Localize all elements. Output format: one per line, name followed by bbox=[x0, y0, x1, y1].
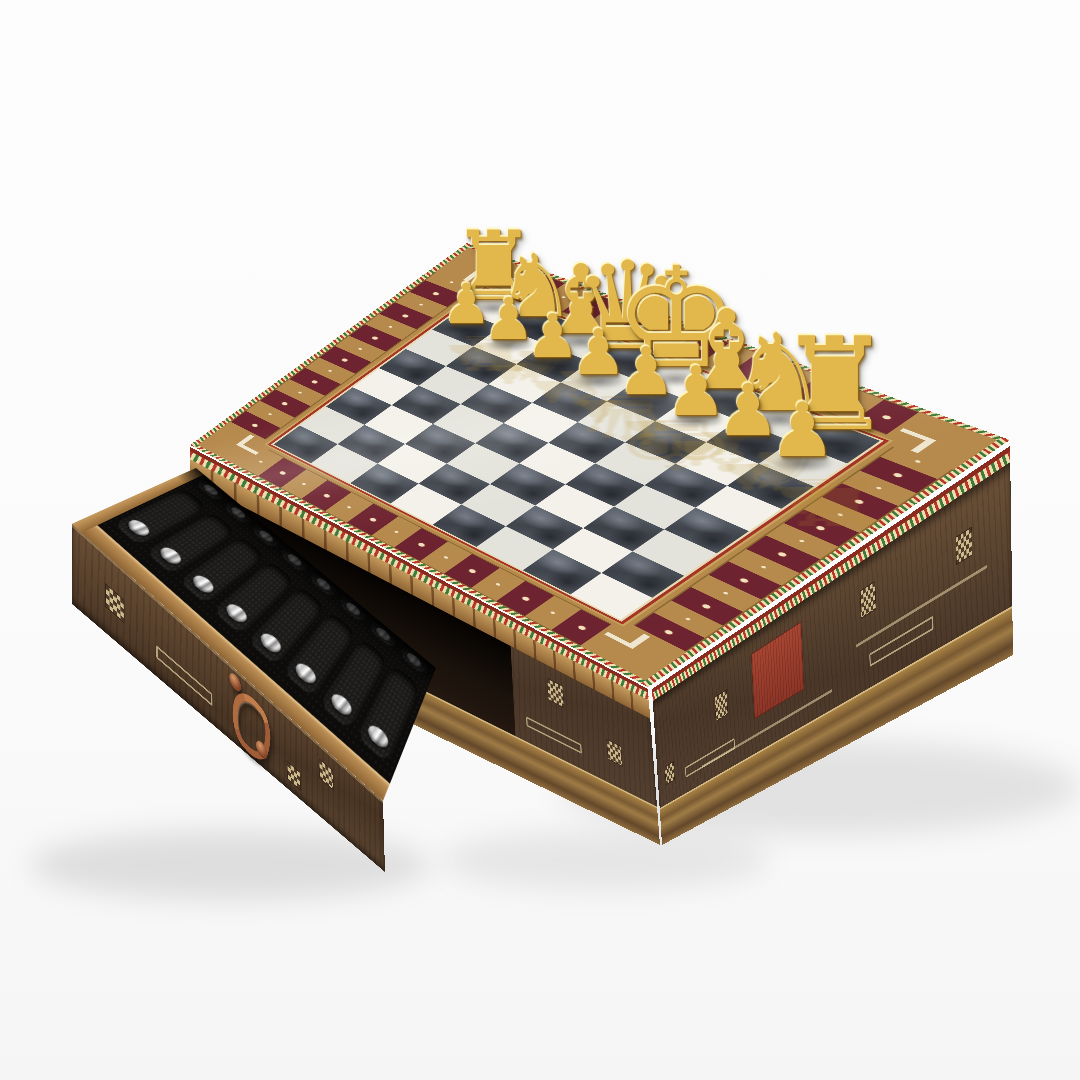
piece-gold-pawn-h2[interactable]: ♟ bbox=[769, 393, 836, 468]
silver-piece-base bbox=[315, 576, 333, 592]
checker-inlay bbox=[105, 583, 124, 624]
silver-piece-base bbox=[124, 518, 152, 539]
silver-piece-base bbox=[329, 691, 355, 719]
checker-inlay bbox=[319, 758, 334, 791]
silver-piece-base bbox=[344, 601, 361, 618]
silver-piece-base bbox=[157, 545, 185, 567]
silver-piece-base bbox=[365, 722, 390, 752]
checker-inlay bbox=[287, 760, 301, 790]
silver-piece-base bbox=[406, 651, 423, 669]
floor-shadow-near bbox=[440, 830, 770, 890]
silver-piece-base bbox=[375, 625, 392, 643]
silver-piece-base bbox=[223, 601, 250, 625]
silver-piece-base bbox=[293, 660, 319, 687]
silver-piece-base bbox=[189, 573, 217, 596]
silver-piece-base bbox=[257, 630, 284, 655]
silver-piece-base bbox=[286, 552, 304, 567]
silver-piece-base bbox=[229, 506, 247, 520]
product-photo-chess-box: ♜♜♞♞♝♝♛♛♚♚♝♝♞♞♜♜♟♟♟♟♟♟♟♟♟♟♟♟♟♟♟♟ bbox=[0, 0, 1080, 1080]
silver-piece-base bbox=[257, 529, 275, 544]
stringing-inlay bbox=[156, 645, 212, 706]
silver-piece-base bbox=[201, 483, 220, 496]
